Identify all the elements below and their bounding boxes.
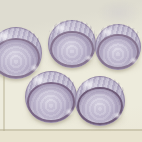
specular-highlight bbox=[101, 27, 115, 37]
bottom-surface-band bbox=[0, 131, 142, 142]
glass-tumbler-bottom-right bbox=[75, 76, 125, 126]
rim-sparkle bbox=[130, 57, 138, 63]
specular-highlight bbox=[0, 30, 12, 41]
glass-tumbler-bottom-left bbox=[25, 71, 77, 123]
specular-highlight bbox=[31, 74, 47, 85]
rim-sparkle bbox=[113, 112, 122, 119]
surface-reflection bbox=[98, 0, 140, 26]
photo-stage bbox=[0, 0, 142, 142]
rim-sparkle bbox=[65, 108, 74, 115]
glass-tumbler-top-right bbox=[95, 24, 141, 70]
rim-sparkle bbox=[85, 55, 94, 62]
specular-highlight bbox=[81, 79, 96, 90]
glass-tumbler-top-center bbox=[48, 20, 96, 68]
